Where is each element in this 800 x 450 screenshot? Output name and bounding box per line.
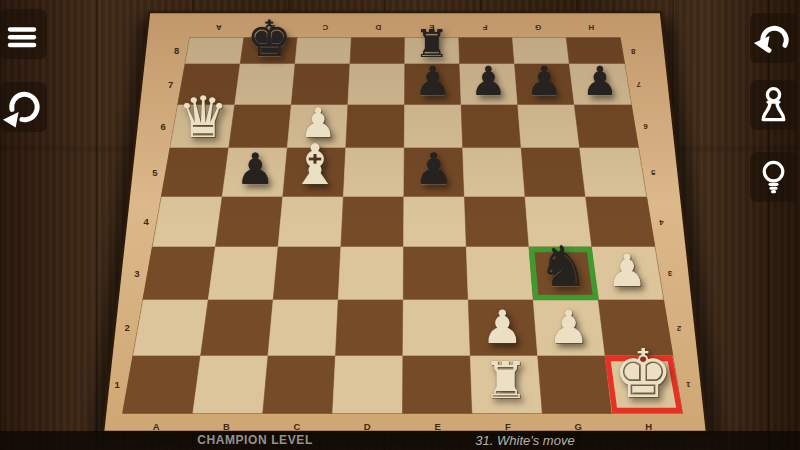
piece-white-bishop-c5[interactable]: ♝ — [290, 137, 340, 193]
coordinate-label-1: 1 — [114, 379, 120, 390]
coordinate-label-7: 7 — [636, 80, 641, 89]
piece-black-knight-g3[interactable]: ♞ — [538, 239, 588, 295]
coordinate-label-4: 4 — [659, 218, 664, 227]
piece-white-king-h1[interactable]: ♚ — [613, 341, 673, 408]
square-h6[interactable] — [574, 105, 638, 148]
coordinate-label-2: 2 — [125, 322, 130, 333]
square-d2[interactable] — [336, 300, 404, 356]
square-e6[interactable] — [404, 105, 462, 148]
coordinate-label-6: 6 — [161, 121, 166, 132]
status-bar: CHAMPION LEVEL 31. White's move — [0, 431, 800, 450]
square-b1[interactable] — [193, 356, 268, 413]
player-mode-button[interactable] — [750, 80, 797, 130]
square-a5[interactable] — [162, 148, 229, 197]
coordinate-label-1: 1 — [686, 380, 691, 389]
coordinate-label-3: 3 — [134, 268, 139, 279]
square-d4[interactable] — [341, 197, 404, 247]
undo-button[interactable] — [750, 13, 797, 63]
piece-white-pawn-f2[interactable]: ♟ — [482, 303, 523, 349]
square-d7[interactable] — [348, 64, 405, 105]
square-a8[interactable] — [185, 38, 243, 64]
coordinate-label-5: 5 — [650, 168, 655, 177]
coordinate-label-A: A — [216, 23, 222, 32]
piece-black-pawn-e5[interactable]: ♟ — [415, 148, 454, 191]
square-e4[interactable] — [404, 197, 467, 247]
square-d6[interactable] — [346, 105, 405, 148]
square-h5[interactable] — [580, 148, 647, 197]
coordinate-label-2: 2 — [676, 324, 681, 333]
square-a1[interactable] — [123, 356, 201, 413]
undo-arrow-icon — [750, 13, 797, 63]
square-e1[interactable] — [403, 356, 473, 413]
rotate-icon — [0, 82, 47, 132]
square-a4[interactable] — [153, 197, 223, 247]
square-a2[interactable] — [133, 300, 208, 356]
square-d5[interactable] — [343, 148, 404, 197]
rotate-board-button[interactable] — [0, 82, 47, 132]
piece-white-rook-f1[interactable]: ♜ — [483, 356, 529, 407]
square-c3[interactable] — [273, 247, 341, 300]
square-e3[interactable] — [403, 247, 468, 300]
coordinate-label-3: 3 — [667, 269, 672, 278]
square-b7[interactable] — [235, 64, 295, 105]
app-root: AABBCCDDEEFFGGHH1122334455667788 ♚♜♟♟♟♟♟… — [0, 0, 800, 450]
square-f5[interactable] — [463, 148, 525, 197]
coordinate-label-6: 6 — [643, 122, 648, 131]
square-b3[interactable] — [208, 247, 278, 300]
piece-black-pawn-f7[interactable]: ♟ — [470, 61, 506, 101]
square-g5[interactable] — [521, 148, 586, 197]
square-a3[interactable] — [143, 247, 215, 300]
square-b2[interactable] — [201, 300, 274, 356]
square-c2[interactable] — [268, 300, 338, 356]
coordinate-label-8: 8 — [174, 45, 179, 56]
piece-white-pawn-g2[interactable]: ♟ — [548, 303, 589, 349]
coordinate-label-4: 4 — [143, 216, 149, 227]
square-f3[interactable] — [466, 247, 533, 300]
piece-black-pawn-h7[interactable]: ♟ — [582, 61, 618, 101]
square-b6[interactable] — [229, 105, 291, 148]
coordinate-label-7: 7 — [168, 79, 173, 90]
square-e2[interactable] — [403, 300, 470, 356]
square-c8[interactable] — [295, 38, 351, 64]
coordinate-label-8: 8 — [630, 47, 635, 56]
coordinate-label-G: G — [535, 23, 541, 32]
square-g1[interactable] — [538, 356, 612, 413]
piece-white-queen-a6[interactable]: ♛ — [177, 88, 228, 145]
square-c4[interactable] — [278, 197, 343, 247]
hint-button[interactable] — [750, 152, 797, 202]
coordinate-label-5: 5 — [152, 167, 158, 178]
square-d8[interactable] — [350, 38, 405, 64]
square-h4[interactable] — [586, 197, 655, 247]
piece-black-pawn-e7[interactable]: ♟ — [415, 61, 451, 101]
move-status: 31. White's move — [425, 433, 625, 448]
square-g6[interactable] — [518, 105, 580, 148]
coordinate-label-H: H — [588, 23, 594, 32]
square-d3[interactable] — [338, 247, 403, 300]
square-c1[interactable] — [263, 356, 336, 413]
hamburger-icon — [0, 9, 47, 59]
pawn-icon — [750, 80, 797, 130]
square-b4[interactable] — [215, 197, 282, 247]
piece-black-pawn-g7[interactable]: ♟ — [526, 61, 562, 101]
coordinate-label-C: C — [322, 23, 328, 32]
square-d1[interactable] — [333, 356, 403, 413]
piece-black-pawn-b5[interactable]: ♟ — [236, 148, 275, 191]
chess-board: AABBCCDDEEFFGGHH1122334455667788 — [0, 0, 800, 450]
square-f6[interactable] — [461, 105, 521, 148]
piece-white-pawn-h3[interactable]: ♟ — [607, 249, 647, 294]
lightbulb-icon — [750, 152, 797, 202]
coordinate-label-F: F — [482, 23, 487, 32]
coordinate-label-D: D — [375, 23, 381, 32]
level-label: CHAMPION LEVEL — [140, 433, 370, 447]
menu-button[interactable] — [0, 9, 47, 59]
square-f4[interactable] — [465, 197, 530, 247]
piece-black-king-b8[interactable]: ♚ — [247, 14, 292, 64]
